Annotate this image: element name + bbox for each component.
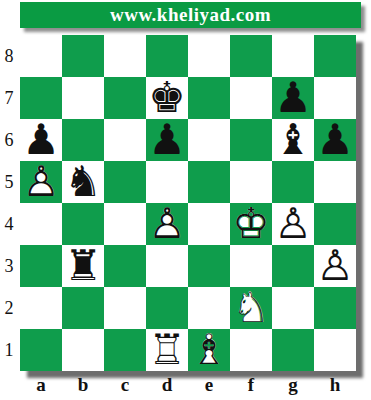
square-b1[interactable] — [62, 329, 104, 371]
square-h1[interactable] — [314, 329, 356, 371]
site-url-text: www.kheliyad.com — [110, 4, 271, 26]
file-label-c: c — [104, 374, 146, 398]
site-banner[interactable]: www.kheliyad.com — [20, 2, 361, 28]
square-d4[interactable]: ♟♙ — [146, 203, 188, 245]
black-pawn-h6: ♟ — [314, 119, 356, 161]
square-c6[interactable] — [104, 119, 146, 161]
black-pawn-d6: ♟ — [146, 119, 188, 161]
black-pawn-g7: ♟ — [272, 77, 314, 119]
square-b5[interactable]: ♞ — [62, 161, 104, 203]
white-pawn-a5: ♟♙ — [20, 161, 62, 203]
square-f7[interactable] — [230, 77, 272, 119]
square-g7[interactable]: ♟ — [272, 77, 314, 119]
square-f1[interactable] — [230, 329, 272, 371]
rank-label-5: 5 — [0, 161, 18, 203]
square-g1[interactable] — [272, 329, 314, 371]
black-king-d7: ♚ — [146, 77, 188, 119]
black-pawn-a6: ♟ — [20, 119, 62, 161]
rank-label-4: 4 — [0, 203, 18, 245]
rank-labels: 87654321 — [0, 35, 18, 371]
square-c7[interactable] — [104, 77, 146, 119]
square-e6[interactable] — [188, 119, 230, 161]
square-h6[interactable]: ♟ — [314, 119, 356, 161]
white-king-f4: ♚♔ — [230, 203, 272, 245]
square-g8[interactable] — [272, 35, 314, 77]
square-f6[interactable] — [230, 119, 272, 161]
square-e3[interactable] — [188, 245, 230, 287]
rank-label-6: 6 — [0, 119, 18, 161]
square-e5[interactable] — [188, 161, 230, 203]
square-b7[interactable] — [62, 77, 104, 119]
file-label-e: e — [188, 374, 230, 398]
square-f5[interactable] — [230, 161, 272, 203]
square-d1[interactable]: ♜♖ — [146, 329, 188, 371]
square-d3[interactable] — [146, 245, 188, 287]
square-f2[interactable]: ♞♘ — [230, 287, 272, 329]
square-e4[interactable] — [188, 203, 230, 245]
square-b2[interactable] — [62, 287, 104, 329]
file-label-a: a — [20, 374, 62, 398]
square-g5[interactable] — [272, 161, 314, 203]
square-a8[interactable] — [20, 35, 62, 77]
page: www.kheliyad.com 87654321 ♚♟♟♟♝♟♟♙♞♟♙♚♔♟… — [0, 0, 371, 400]
white-pawn-g4: ♟♙ — [272, 203, 314, 245]
black-bishop-g6: ♝ — [272, 119, 314, 161]
square-c3[interactable] — [104, 245, 146, 287]
black-knight-b5: ♞ — [62, 161, 104, 203]
square-c8[interactable] — [104, 35, 146, 77]
square-a4[interactable] — [20, 203, 62, 245]
square-f4[interactable]: ♚♔ — [230, 203, 272, 245]
square-b3[interactable]: ♜ — [62, 245, 104, 287]
white-knight-f2: ♞♘ — [230, 287, 272, 329]
square-a5[interactable]: ♟♙ — [20, 161, 62, 203]
square-g2[interactable] — [272, 287, 314, 329]
rank-label-1: 1 — [0, 329, 18, 371]
file-label-g: g — [272, 374, 314, 398]
rank-label-3: 3 — [0, 245, 18, 287]
square-g3[interactable] — [272, 245, 314, 287]
square-b4[interactable] — [62, 203, 104, 245]
square-f8[interactable] — [230, 35, 272, 77]
white-rook-d1: ♜♖ — [146, 329, 188, 371]
square-g4[interactable]: ♟♙ — [272, 203, 314, 245]
file-label-d: d — [146, 374, 188, 398]
square-a1[interactable] — [20, 329, 62, 371]
square-g6[interactable]: ♝ — [272, 119, 314, 161]
square-c4[interactable] — [104, 203, 146, 245]
square-e1[interactable]: ♝♗ — [188, 329, 230, 371]
square-h5[interactable] — [314, 161, 356, 203]
square-d5[interactable] — [146, 161, 188, 203]
black-rook-b3: ♜ — [62, 245, 104, 287]
square-c1[interactable] — [104, 329, 146, 371]
square-d2[interactable] — [146, 287, 188, 329]
rank-label-2: 2 — [0, 287, 18, 329]
square-d6[interactable]: ♟ — [146, 119, 188, 161]
white-bishop-e1: ♝♗ — [188, 329, 230, 371]
square-h3[interactable]: ♟♙ — [314, 245, 356, 287]
rank-label-8: 8 — [0, 35, 18, 77]
square-a7[interactable] — [20, 77, 62, 119]
square-a3[interactable] — [20, 245, 62, 287]
file-label-b: b — [62, 374, 104, 398]
white-pawn-d4: ♟♙ — [146, 203, 188, 245]
chess-board: ♚♟♟♟♝♟♟♙♞♟♙♚♔♟♙♜♟♙♞♘♜♖♝♗ — [20, 35, 356, 371]
square-e8[interactable] — [188, 35, 230, 77]
file-label-h: h — [314, 374, 356, 398]
file-labels: abcdefgh — [20, 374, 356, 398]
square-a6[interactable]: ♟ — [20, 119, 62, 161]
file-label-f: f — [230, 374, 272, 398]
square-b8[interactable] — [62, 35, 104, 77]
square-d8[interactable] — [146, 35, 188, 77]
square-b6[interactable] — [62, 119, 104, 161]
square-h4[interactable] — [314, 203, 356, 245]
square-e2[interactable] — [188, 287, 230, 329]
square-h2[interactable] — [314, 287, 356, 329]
square-c5[interactable] — [104, 161, 146, 203]
square-a2[interactable] — [20, 287, 62, 329]
rank-label-7: 7 — [0, 77, 18, 119]
square-c2[interactable] — [104, 287, 146, 329]
square-h7[interactable] — [314, 77, 356, 119]
square-e7[interactable] — [188, 77, 230, 119]
square-h8[interactable] — [314, 35, 356, 77]
white-pawn-h3: ♟♙ — [314, 245, 356, 287]
square-f3[interactable] — [230, 245, 272, 287]
square-d7[interactable]: ♚ — [146, 77, 188, 119]
